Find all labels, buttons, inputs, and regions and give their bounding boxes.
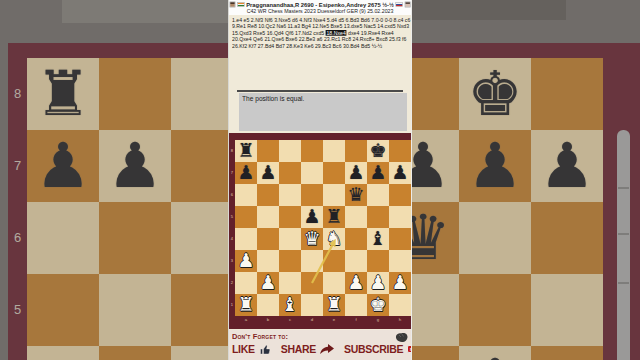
square-e2[interactable] — [323, 272, 345, 294]
white-pawn: ♟ — [257, 271, 279, 293]
black-pawn: ♟ — [257, 161, 279, 183]
cta-strip: Don't Forget to: LIKE SHARE SUBSCRIBE SU… — [229, 330, 411, 360]
square-f2[interactable]: ♟ — [345, 272, 367, 294]
square-g7[interactable]: ♟ — [367, 162, 389, 184]
dont-forget-text: Don't Forget to: — [232, 332, 411, 341]
white-king: ♚ — [367, 293, 389, 315]
share-label[interactable]: SHARE — [281, 343, 316, 355]
square-b8[interactable] — [257, 140, 279, 162]
square-f5[interactable] — [345, 206, 367, 228]
square-h1[interactable] — [389, 294, 411, 316]
square-e8[interactable] — [323, 140, 345, 162]
square-a7[interactable]: ♟ — [235, 162, 257, 184]
file-label-f: f — [350, 317, 362, 323]
like-label[interactable]: LIKE — [232, 343, 255, 355]
square-b2[interactable]: ♟ — [257, 272, 279, 294]
square-d8[interactable] — [301, 140, 323, 162]
rank-label-2: 2 — [229, 278, 235, 289]
thumbs-up-icon[interactable] — [259, 343, 271, 355]
black-pawn: ♟ — [367, 161, 389, 183]
players-line: Praggnanandhaa,R 2690 - Esipenko,Andrey … — [246, 1, 394, 7]
square-b6[interactable] — [257, 184, 279, 206]
square-e4[interactable]: ♞ — [323, 228, 345, 250]
square-h6[interactable] — [389, 184, 411, 206]
white-queen: ♛ — [301, 227, 323, 249]
rank-label-7: 7 — [229, 168, 235, 179]
black-king: ♚ — [367, 139, 389, 161]
square-c6[interactable] — [279, 184, 301, 206]
white-player-photo — [229, 2, 235, 8]
square-h4[interactable] — [389, 228, 411, 250]
square-d1[interactable] — [301, 294, 323, 316]
square-a4[interactable] — [235, 228, 257, 250]
square-c8[interactable] — [279, 140, 301, 162]
russia-flag-icon — [396, 2, 404, 7]
square-c1[interactable]: ♝ — [279, 294, 301, 316]
rank-label-6: 6 — [229, 190, 235, 201]
black-player-photo — [405, 2, 411, 8]
square-e7[interactable] — [323, 162, 345, 184]
square-b5[interactable] — [257, 206, 279, 228]
square-a6[interactable] — [235, 184, 257, 206]
notation-pane: 1.e4 e5 2.Nf3 Nf6 3.Nxe5 d6 4.Nf3 Nxe4 5… — [229, 15, 411, 90]
board-file-labels: abcdefgh — [235, 316, 411, 329]
square-d2[interactable] — [301, 272, 323, 294]
file-label-g: g — [372, 317, 384, 323]
file-label-c: c — [284, 317, 296, 323]
square-b7[interactable]: ♟ — [257, 162, 279, 184]
square-e3[interactable] — [323, 250, 345, 272]
square-d4[interactable]: ♛ — [301, 228, 323, 250]
rank-label-1: 1 — [229, 300, 235, 311]
players-row: Praggnanandhaa,R 2690 - Esipenko,Andrey … — [229, 1, 411, 8]
square-d6[interactable] — [301, 184, 323, 206]
square-a1[interactable]: ♜ — [235, 294, 257, 316]
hands-icon — [393, 330, 410, 344]
india-flag-icon — [237, 2, 245, 7]
white-rook: ♜ — [235, 293, 257, 315]
square-d3[interactable] — [301, 250, 323, 272]
black-pawn: ♟ — [235, 161, 257, 183]
highlighted-move[interactable]: 18.Nxe4 — [326, 30, 347, 36]
square-d5[interactable]: ♟ — [301, 206, 323, 228]
black-rook: ♜ — [323, 205, 345, 227]
white-pawn: ♟ — [367, 271, 389, 293]
file-label-h: h — [394, 317, 406, 323]
square-f3[interactable] — [345, 250, 367, 272]
file-label-b: b — [262, 317, 274, 323]
annotation-divider — [237, 90, 403, 92]
white-rook: ♜ — [323, 293, 345, 315]
square-c4[interactable] — [279, 228, 301, 250]
annotation-text: The position is equal. — [242, 95, 407, 102]
annotation-box: The position is equal. — [239, 93, 407, 131]
square-h3[interactable] — [389, 250, 411, 272]
square-f8[interactable] — [345, 140, 367, 162]
chess-panel: Praggnanandhaa,R 2690 - Esipenko,Andrey … — [228, 0, 412, 360]
square-e5[interactable]: ♜ — [323, 206, 345, 228]
white-pawn: ♟ — [235, 249, 257, 271]
share-arrow-icon[interactable] — [319, 343, 335, 355]
file-label-e: e — [328, 317, 340, 323]
square-b3[interactable] — [257, 250, 279, 272]
file-label-a: a — [240, 317, 252, 323]
square-f7[interactable]: ♟ — [345, 162, 367, 184]
square-b1[interactable] — [257, 294, 279, 316]
square-h2[interactable]: ♟ — [389, 272, 411, 294]
black-pawn: ♟ — [345, 161, 367, 183]
subscribe-button[interactable]: SUBSCRIBE — [407, 345, 411, 353]
rank-label-5: 5 — [229, 212, 235, 223]
square-a8[interactable]: ♜ — [235, 140, 257, 162]
square-e6[interactable] — [323, 184, 345, 206]
file-label-d: d — [306, 317, 318, 323]
square-c3[interactable] — [279, 250, 301, 272]
rank-label-3: 3 — [229, 256, 235, 267]
square-g6[interactable] — [367, 184, 389, 206]
cta-actions: LIKE SHARE SUBSCRIBE SUBSCRIBE — [232, 342, 411, 356]
square-c7[interactable] — [279, 162, 301, 184]
board-rank-labels: 87654321 — [229, 140, 235, 316]
square-f1[interactable] — [345, 294, 367, 316]
black-rook: ♜ — [235, 139, 257, 161]
square-g4[interactable]: ♝ — [367, 228, 389, 250]
rank-label-4: 4 — [229, 234, 235, 245]
square-g2[interactable]: ♟ — [367, 272, 389, 294]
chessboard: ♜♚♟♟♟♟♟♛♟♜♛♞♝♟♟♟♟♟♜♝♜♚ 87654321 abcdefgh — [229, 133, 411, 329]
white-pawn: ♟ — [345, 271, 367, 293]
square-c5[interactable] — [279, 206, 301, 228]
square-c2[interactable] — [279, 272, 301, 294]
white-pawn: ♟ — [389, 271, 411, 293]
background-scrollbar — [617, 130, 630, 360]
video-frame: ♜♚♟♟♟♟♟♛♟♜♛♞♝♟♟♟♟♟♜♝♜♚ 8 7 6 5 Praggnana… — [0, 0, 640, 360]
board-squares: ♜♚♟♟♟♟♟♛♟♜♛♞♝♟♟♟♟♟♜♝♜♚ — [235, 140, 411, 316]
white-knight: ♞ — [323, 227, 345, 249]
square-g1[interactable]: ♚ — [367, 294, 389, 316]
square-h5[interactable] — [389, 206, 411, 228]
square-h7[interactable]: ♟ — [389, 162, 411, 184]
rank-label-8: 8 — [229, 146, 235, 157]
square-g5[interactable] — [367, 206, 389, 228]
square-g8[interactable]: ♚ — [367, 140, 389, 162]
square-h8[interactable] — [389, 140, 411, 162]
square-a3[interactable]: ♟ — [235, 250, 257, 272]
square-d7[interactable] — [301, 162, 323, 184]
black-bishop: ♝ — [367, 227, 389, 249]
square-g3[interactable] — [367, 250, 389, 272]
white-bishop: ♝ — [279, 293, 301, 315]
black-pawn: ♟ — [301, 205, 323, 227]
black-queen: ♛ — [345, 183, 367, 205]
subscribe-label[interactable]: SUBSCRIBE — [344, 343, 403, 355]
square-e1[interactable]: ♜ — [323, 294, 345, 316]
square-a2[interactable] — [235, 272, 257, 294]
square-b4[interactable] — [257, 228, 279, 250]
black-pawn: ♟ — [389, 161, 411, 183]
event-line: C42 WR Chess Masters 2023 Duesseldorf GE… — [229, 8, 411, 14]
square-a5[interactable] — [235, 206, 257, 228]
square-f4[interactable] — [345, 228, 367, 250]
square-f6[interactable]: ♛ — [345, 184, 367, 206]
game-header: Praggnanandhaa,R 2690 - Esipenko,Andrey … — [229, 0, 411, 15]
